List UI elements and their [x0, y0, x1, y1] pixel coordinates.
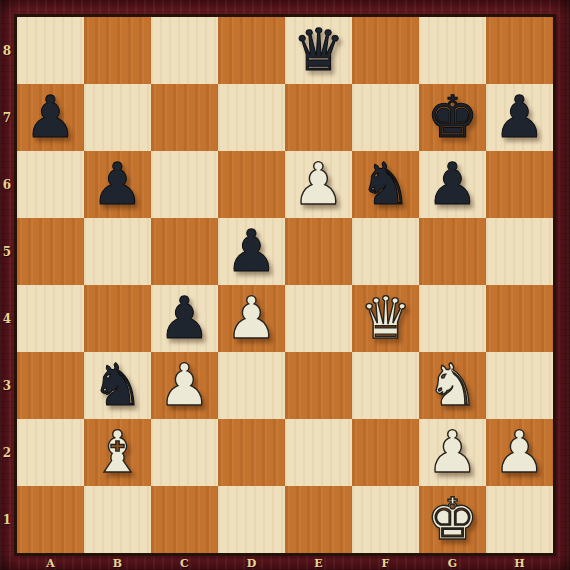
- square-a4[interactable]: [17, 285, 84, 352]
- board: ♛♟♚♟♟♟♞♟♟♟♟♛♞♟♞♝♟♟♚: [14, 14, 556, 556]
- square-e3[interactable]: [285, 352, 352, 419]
- black-knight-b3[interactable]: ♞: [84, 352, 151, 419]
- rank-label-8: 8: [0, 17, 14, 84]
- square-b3[interactable]: ♞: [84, 352, 151, 419]
- black-pawn-a7[interactable]: ♟: [17, 84, 84, 151]
- square-g4[interactable]: [419, 285, 486, 352]
- square-a5[interactable]: [17, 218, 84, 285]
- square-b2[interactable]: ♝: [84, 419, 151, 486]
- square-c6[interactable]: [151, 151, 218, 218]
- square-d7[interactable]: [218, 84, 285, 151]
- square-f7[interactable]: [352, 84, 419, 151]
- square-f3[interactable]: [352, 352, 419, 419]
- square-e1[interactable]: [285, 486, 352, 553]
- file-label-g: G: [419, 556, 486, 570]
- file-label-b: B: [84, 556, 151, 570]
- square-b8[interactable]: [84, 17, 151, 84]
- square-f5[interactable]: [352, 218, 419, 285]
- square-f2[interactable]: [352, 419, 419, 486]
- square-e7[interactable]: [285, 84, 352, 151]
- square-a6[interactable]: [17, 151, 84, 218]
- white-bishop-b2[interactable]: ♝: [84, 419, 151, 486]
- square-g6[interactable]: ♟: [419, 151, 486, 218]
- white-pawn-g2[interactable]: ♟: [419, 419, 486, 486]
- rank-label-1: 1: [0, 486, 14, 553]
- square-e2[interactable]: [285, 419, 352, 486]
- square-d6[interactable]: [218, 151, 285, 218]
- chess-diagram: ♛♟♚♟♟♟♞♟♟♟♟♛♞♟♞♝♟♟♚ 87654321ABCDEFGH: [0, 0, 570, 570]
- square-c8[interactable]: [151, 17, 218, 84]
- rank-label-4: 4: [0, 285, 14, 352]
- square-b7[interactable]: [84, 84, 151, 151]
- file-label-a: A: [17, 556, 84, 570]
- rank-label-2: 2: [0, 419, 14, 486]
- file-label-c: C: [151, 556, 218, 570]
- black-pawn-b6[interactable]: ♟: [84, 151, 151, 218]
- square-a3[interactable]: [17, 352, 84, 419]
- square-f1[interactable]: [352, 486, 419, 553]
- square-d3[interactable]: [218, 352, 285, 419]
- square-c5[interactable]: [151, 218, 218, 285]
- white-pawn-c3[interactable]: ♟: [151, 352, 218, 419]
- square-e4[interactable]: [285, 285, 352, 352]
- square-b6[interactable]: ♟: [84, 151, 151, 218]
- white-king-g1[interactable]: ♚: [419, 486, 486, 553]
- square-h5[interactable]: [486, 218, 553, 285]
- black-king-g7[interactable]: ♚: [419, 84, 486, 151]
- square-d2[interactable]: [218, 419, 285, 486]
- white-pawn-e6[interactable]: ♟: [285, 151, 352, 218]
- square-h2[interactable]: ♟: [486, 419, 553, 486]
- rank-label-6: 6: [0, 151, 14, 218]
- rank-label-3: 3: [0, 352, 14, 419]
- square-f4[interactable]: ♛: [352, 285, 419, 352]
- square-d1[interactable]: [218, 486, 285, 553]
- black-pawn-h7[interactable]: ♟: [486, 84, 553, 151]
- white-pawn-h2[interactable]: ♟: [486, 419, 553, 486]
- square-a2[interactable]: [17, 419, 84, 486]
- rank-label-5: 5: [0, 218, 14, 285]
- square-c3[interactable]: ♟: [151, 352, 218, 419]
- square-g1[interactable]: ♚: [419, 486, 486, 553]
- square-g7[interactable]: ♚: [419, 84, 486, 151]
- file-label-e: E: [285, 556, 352, 570]
- square-h7[interactable]: ♟: [486, 84, 553, 151]
- rank-label-7: 7: [0, 84, 14, 151]
- square-g5[interactable]: [419, 218, 486, 285]
- square-c4[interactable]: ♟: [151, 285, 218, 352]
- square-c2[interactable]: [151, 419, 218, 486]
- square-f8[interactable]: [352, 17, 419, 84]
- file-label-d: D: [218, 556, 285, 570]
- square-h6[interactable]: [486, 151, 553, 218]
- square-h1[interactable]: [486, 486, 553, 553]
- white-queen-f4[interactable]: ♛: [352, 285, 419, 352]
- black-pawn-g6[interactable]: ♟: [419, 151, 486, 218]
- square-c1[interactable]: [151, 486, 218, 553]
- square-d4[interactable]: ♟: [218, 285, 285, 352]
- black-pawn-c4[interactable]: ♟: [151, 285, 218, 352]
- black-pawn-d5[interactable]: ♟: [218, 218, 285, 285]
- square-h3[interactable]: [486, 352, 553, 419]
- square-d8[interactable]: [218, 17, 285, 84]
- square-b5[interactable]: [84, 218, 151, 285]
- square-e8[interactable]: ♛: [285, 17, 352, 84]
- file-label-h: H: [486, 556, 553, 570]
- square-g2[interactable]: ♟: [419, 419, 486, 486]
- white-pawn-d4[interactable]: ♟: [218, 285, 285, 352]
- square-h4[interactable]: [486, 285, 553, 352]
- file-label-f: F: [352, 556, 419, 570]
- square-c7[interactable]: [151, 84, 218, 151]
- square-a8[interactable]: [17, 17, 84, 84]
- square-b4[interactable]: [84, 285, 151, 352]
- square-d5[interactable]: ♟: [218, 218, 285, 285]
- square-g8[interactable]: [419, 17, 486, 84]
- black-queen-e8[interactable]: ♛: [285, 17, 352, 84]
- black-knight-f6[interactable]: ♞: [352, 151, 419, 218]
- square-e6[interactable]: ♟: [285, 151, 352, 218]
- square-f6[interactable]: ♞: [352, 151, 419, 218]
- square-a7[interactable]: ♟: [17, 84, 84, 151]
- square-a1[interactable]: [17, 486, 84, 553]
- square-h8[interactable]: [486, 17, 553, 84]
- square-e5[interactable]: [285, 218, 352, 285]
- square-g3[interactable]: ♞: [419, 352, 486, 419]
- white-knight-g3[interactable]: ♞: [419, 352, 486, 419]
- square-b1[interactable]: [84, 486, 151, 553]
